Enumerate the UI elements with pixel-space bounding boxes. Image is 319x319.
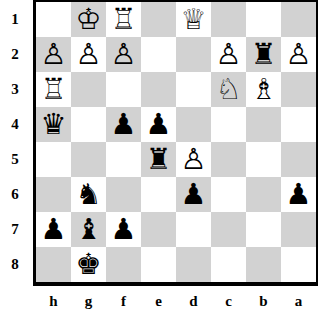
- black-queen-h4[interactable]: ♛: [36, 107, 71, 142]
- chess-board: ♔♖♕♙♙♙♙♜♙♖♘♗♛♟♟♜♙♞♟♟♟♝♟♚: [36, 2, 316, 282]
- square-c1[interactable]: [211, 2, 246, 37]
- black-rook-b2[interactable]: ♜: [246, 37, 281, 72]
- square-b4[interactable]: [246, 107, 281, 142]
- file-label-d: d: [176, 291, 211, 311]
- black-pawn-e4[interactable]: ♟: [141, 107, 176, 142]
- board-frame: ♔♖♕♙♙♙♙♜♙♖♘♗♛♟♟♜♙♞♟♟♟♝♟♚: [33, 0, 318, 286]
- white-pawn-h2[interactable]: ♙: [36, 37, 71, 72]
- black-king-g8[interactable]: ♚: [71, 247, 106, 282]
- square-f2[interactable]: ♙: [106, 37, 141, 72]
- square-g2[interactable]: ♙: [71, 37, 106, 72]
- square-h2[interactable]: ♙: [36, 37, 71, 72]
- square-e2[interactable]: [141, 37, 176, 72]
- square-c4[interactable]: [211, 107, 246, 142]
- rank-label-7: 7: [0, 212, 30, 247]
- square-d2[interactable]: [176, 37, 211, 72]
- rank-label-2: 2: [0, 37, 30, 72]
- square-g7[interactable]: ♝: [71, 212, 106, 247]
- square-c7[interactable]: [211, 212, 246, 247]
- square-f4[interactable]: ♟: [106, 107, 141, 142]
- square-d1[interactable]: ♕: [176, 2, 211, 37]
- square-h8[interactable]: [36, 247, 71, 282]
- square-h4[interactable]: ♛: [36, 107, 71, 142]
- square-a5[interactable]: [281, 142, 316, 177]
- black-pawn-f4[interactable]: ♟: [106, 107, 141, 142]
- square-d4[interactable]: [176, 107, 211, 142]
- white-rook-f1[interactable]: ♖: [106, 2, 141, 37]
- square-h6[interactable]: [36, 177, 71, 212]
- rank-label-3: 3: [0, 72, 30, 107]
- file-label-f: f: [106, 291, 141, 311]
- file-labels: hgfedcba: [36, 291, 316, 311]
- square-h3[interactable]: ♖: [36, 72, 71, 107]
- square-h5[interactable]: [36, 142, 71, 177]
- black-rook-e5[interactable]: ♜: [141, 142, 176, 177]
- square-g6[interactable]: ♞: [71, 177, 106, 212]
- square-d5[interactable]: ♙: [176, 142, 211, 177]
- square-e4[interactable]: ♟: [141, 107, 176, 142]
- square-f5[interactable]: [106, 142, 141, 177]
- square-b8[interactable]: [246, 247, 281, 282]
- rank-label-4: 4: [0, 107, 30, 142]
- square-e1[interactable]: [141, 2, 176, 37]
- square-c8[interactable]: [211, 247, 246, 282]
- square-b6[interactable]: [246, 177, 281, 212]
- square-g4[interactable]: [71, 107, 106, 142]
- black-bishop-g7[interactable]: ♝: [71, 212, 106, 247]
- rank-labels: 12345678: [0, 2, 30, 282]
- square-f1[interactable]: ♖: [106, 2, 141, 37]
- white-pawn-g2[interactable]: ♙: [71, 37, 106, 72]
- square-f3[interactable]: [106, 72, 141, 107]
- rank-label-6: 6: [0, 177, 30, 212]
- square-h1[interactable]: [36, 2, 71, 37]
- white-pawn-a2[interactable]: ♙: [281, 37, 316, 72]
- file-label-h: h: [36, 291, 71, 311]
- square-g3[interactable]: [71, 72, 106, 107]
- square-e8[interactable]: [141, 247, 176, 282]
- square-d8[interactable]: [176, 247, 211, 282]
- white-pawn-c2[interactable]: ♙: [211, 37, 246, 72]
- rank-label-8: 8: [0, 247, 30, 282]
- file-label-g: g: [71, 291, 106, 311]
- black-knight-g6[interactable]: ♞: [71, 177, 106, 212]
- file-label-e: e: [141, 291, 176, 311]
- black-pawn-h7[interactable]: ♟: [36, 212, 71, 247]
- square-b3[interactable]: ♗: [246, 72, 281, 107]
- square-f7[interactable]: ♟: [106, 212, 141, 247]
- square-a4[interactable]: [281, 107, 316, 142]
- square-c2[interactable]: ♙: [211, 37, 246, 72]
- square-e5[interactable]: ♜: [141, 142, 176, 177]
- chess-diagram: 12345678 ♔♖♕♙♙♙♙♜♙♖♘♗♛♟♟♜♙♞♟♟♟♝♟♚ hgfedc…: [0, 0, 319, 319]
- square-f8[interactable]: [106, 247, 141, 282]
- white-rook-h3[interactable]: ♖: [36, 72, 71, 107]
- square-b5[interactable]: [246, 142, 281, 177]
- square-d3[interactable]: [176, 72, 211, 107]
- square-g5[interactable]: [71, 142, 106, 177]
- square-e6[interactable]: [141, 177, 176, 212]
- square-c5[interactable]: [211, 142, 246, 177]
- square-f6[interactable]: [106, 177, 141, 212]
- white-king-g1[interactable]: ♔: [71, 2, 106, 37]
- square-a1[interactable]: [281, 2, 316, 37]
- square-a8[interactable]: [281, 247, 316, 282]
- black-pawn-f7[interactable]: ♟: [106, 212, 141, 247]
- square-a6[interactable]: ♟: [281, 177, 316, 212]
- white-pawn-f2[interactable]: ♙: [106, 37, 141, 72]
- square-d6[interactable]: ♟: [176, 177, 211, 212]
- square-b2[interactable]: ♜: [246, 37, 281, 72]
- square-d7[interactable]: [176, 212, 211, 247]
- file-label-c: c: [211, 291, 246, 311]
- square-h7[interactable]: ♟: [36, 212, 71, 247]
- square-a3[interactable]: [281, 72, 316, 107]
- rank-label-5: 5: [0, 142, 30, 177]
- square-b1[interactable]: [246, 2, 281, 37]
- square-g1[interactable]: ♔: [71, 2, 106, 37]
- black-pawn-d6[interactable]: ♟: [176, 177, 211, 212]
- square-c3[interactable]: ♘: [211, 72, 246, 107]
- file-label-a: a: [281, 291, 316, 311]
- square-e7[interactable]: [141, 212, 176, 247]
- black-pawn-a6[interactable]: ♟: [281, 177, 316, 212]
- square-g8[interactable]: ♚: [71, 247, 106, 282]
- rank-label-1: 1: [0, 2, 30, 37]
- white-queen-d1[interactable]: ♕: [176, 2, 211, 37]
- square-a7[interactable]: [281, 212, 316, 247]
- white-knight-c3[interactable]: ♘: [211, 72, 246, 107]
- square-e3[interactable]: [141, 72, 176, 107]
- square-a2[interactable]: ♙: [281, 37, 316, 72]
- square-b7[interactable]: [246, 212, 281, 247]
- white-bishop-b3[interactable]: ♗: [246, 72, 281, 107]
- white-pawn-d5[interactable]: ♙: [176, 142, 211, 177]
- file-label-b: b: [246, 291, 281, 311]
- square-c6[interactable]: [211, 177, 246, 212]
